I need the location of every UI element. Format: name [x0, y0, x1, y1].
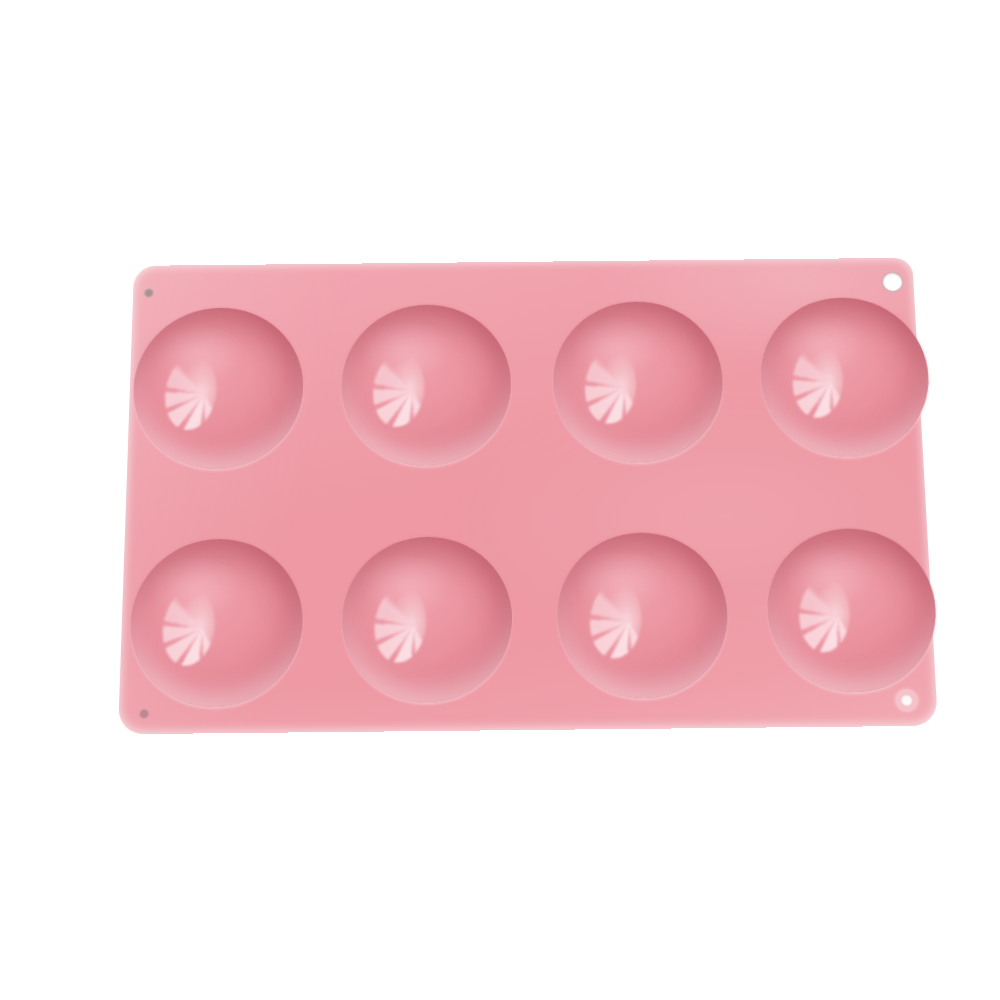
photo-canvas	[0, 0, 1000, 1000]
corner-hole-top-left	[143, 288, 154, 298]
mold-cavity-r2-c1	[128, 538, 304, 707]
mold-cavity-r1-c2	[341, 304, 512, 467]
silicone-mold	[118, 258, 938, 735]
corner-hole-bottom-left	[138, 708, 149, 719]
mold-cavity-r1-c4	[758, 297, 933, 458]
mold-cavity-r2-c2	[341, 536, 512, 703]
mold-cavity-r1-c1	[131, 307, 304, 470]
mold-cavity-r2-c4	[765, 528, 940, 693]
corner-hole-top-right	[883, 273, 903, 291]
mold-cavity-r1-c3	[552, 301, 725, 464]
mold-cavity-r2-c3	[556, 532, 730, 699]
corner-hole-bottom-right	[891, 686, 922, 716]
